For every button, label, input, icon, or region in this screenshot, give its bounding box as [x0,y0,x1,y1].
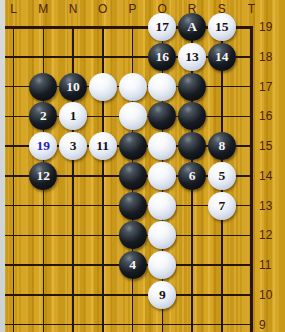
stone-white-Q13[interactable] [148,192,176,220]
column-label-O: O [98,2,107,16]
row-label-11: 11 [259,258,271,272]
column-label-M: M [38,2,48,16]
stone-white-P16[interactable] [119,102,147,130]
stone-black-P11[interactable]: 4 [119,251,147,279]
grid-line-col-L [13,26,15,332]
stone-black-S18[interactable]: 14 [208,43,236,71]
stone-black-R14[interactable]: 6 [178,162,206,190]
row-label-13: 13 [259,199,272,213]
stone-white-N15[interactable]: 3 [59,132,87,160]
stone-label-8: 8 [208,132,236,160]
go-board[interactable]: LMNOPQRST19181716151413121110917A1516131… [0,0,285,332]
row-label-16: 16 [259,109,272,123]
stone-label-12: 12 [29,162,57,190]
stone-label-2: 2 [29,102,57,130]
stone-label-1: 1 [59,102,87,130]
stone-black-R19[interactable]: A [178,13,206,41]
stone-label-13: 13 [178,43,206,71]
stone-white-S19[interactable]: 15 [208,13,236,41]
column-label-N: N [69,2,78,16]
stone-label-16: 16 [148,43,176,71]
stone-black-P12[interactable] [119,221,147,249]
stone-label-3: 3 [59,132,87,160]
stone-white-Q14[interactable] [148,162,176,190]
stone-label-4: 4 [119,251,147,279]
board-right-edge-line [250,26,253,332]
row-label-14: 14 [259,169,272,183]
stone-black-S15[interactable]: 8 [208,132,236,160]
stone-black-N17[interactable]: 10 [59,73,87,101]
stone-white-Q15[interactable] [148,132,176,160]
go-diagram: LMNOPQRST19181716151413121110917A1516131… [0,0,285,332]
stone-white-R18[interactable]: 13 [178,43,206,71]
stone-label-6: 6 [178,162,206,190]
row-label-19: 19 [259,20,272,34]
stone-black-Q16[interactable] [148,102,176,130]
stone-white-P17[interactable] [119,73,147,101]
column-label-T: T [248,2,255,16]
row-label-9: 9 [259,318,266,332]
stone-white-Q11[interactable] [148,251,176,279]
stone-label-7: 7 [208,192,236,220]
row-label-10: 10 [259,288,272,302]
row-label-17: 17 [259,80,272,94]
stone-label-11: 11 [89,132,117,160]
stone-white-S14[interactable]: 5 [208,162,236,190]
stone-label-10: 10 [59,73,87,101]
stone-white-Q10[interactable]: 9 [148,281,176,309]
grid-line-col-N [72,26,74,332]
stone-white-N16[interactable]: 1 [59,102,87,130]
stone-black-M17[interactable] [29,73,57,101]
stone-black-R17[interactable] [178,73,206,101]
stone-label-17: 17 [148,13,176,41]
stone-label-A: A [178,13,206,41]
row-label-18: 18 [259,50,272,64]
stone-black-Q18[interactable]: 16 [148,43,176,71]
stone-label-14: 14 [208,43,236,71]
stone-label-19: 19 [29,132,57,160]
stone-white-Q17[interactable] [148,73,176,101]
column-label-P: P [128,2,136,16]
stone-white-Q12[interactable] [148,221,176,249]
stone-black-P15[interactable] [119,132,147,160]
stone-white-Q19[interactable]: 17 [148,13,176,41]
row-label-15: 15 [259,139,272,153]
row-label-12: 12 [259,228,272,242]
stone-label-9: 9 [148,281,176,309]
stone-black-R15[interactable] [178,132,206,160]
stone-label-5: 5 [208,162,236,190]
stone-white-O17[interactable] [89,73,117,101]
stone-black-M16[interactable]: 2 [29,102,57,130]
stone-black-R16[interactable] [178,102,206,130]
column-label-L: L [10,2,17,16]
stone-black-P14[interactable] [119,162,147,190]
stone-black-M14[interactable]: 12 [29,162,57,190]
stone-white-O15[interactable]: 11 [89,132,117,160]
stone-label-15: 15 [208,13,236,41]
stone-white-M15[interactable]: 19 [29,132,57,160]
grid-line-col-O [102,26,104,332]
stone-white-S13[interactable]: 7 [208,192,236,220]
stone-black-P13[interactable] [119,192,147,220]
